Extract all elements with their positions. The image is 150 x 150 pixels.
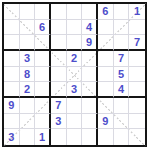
cell-r6c3[interactable] xyxy=(35,82,51,98)
cell-r9c5[interactable] xyxy=(67,129,83,145)
cell-r9c3[interactable]: 1 xyxy=(35,129,51,145)
cell-r1c4[interactable] xyxy=(51,4,67,20)
cell-r7c9[interactable] xyxy=(129,98,145,114)
cell-r8c9[interactable] xyxy=(129,114,145,130)
cell-r1c1[interactable] xyxy=(4,4,20,20)
cell-r3c6[interactable]: 9 xyxy=(82,35,98,51)
cell-r9c6[interactable] xyxy=(82,129,98,145)
cell-r3c2[interactable] xyxy=(20,35,36,51)
cell-r1c8[interactable] xyxy=(114,4,130,20)
cell-r7c8[interactable] xyxy=(114,98,130,114)
cell-r1c7[interactable]: 6 xyxy=(98,4,114,20)
cell-r4c4[interactable] xyxy=(51,51,67,67)
cell-r6c2[interactable]: 2 xyxy=(20,82,36,98)
cell-r5c8[interactable]: 5 xyxy=(114,67,130,83)
cell-r2c2[interactable] xyxy=(20,20,36,36)
cell-r4c9[interactable] xyxy=(129,51,145,67)
cell-r3c9[interactable]: 7 xyxy=(129,35,145,51)
cell-r3c4[interactable] xyxy=(51,35,67,51)
cell-r8c1[interactable] xyxy=(4,114,20,130)
sudoku-grid: 61649732785234973931 xyxy=(4,4,145,145)
cell-r9c9[interactable] xyxy=(129,129,145,145)
cell-r3c5[interactable] xyxy=(67,35,83,51)
cell-r3c1[interactable] xyxy=(4,35,20,51)
cell-r9c1[interactable]: 3 xyxy=(4,129,20,145)
cell-r7c1[interactable]: 9 xyxy=(4,98,20,114)
cell-r5c2[interactable]: 8 xyxy=(20,67,36,83)
sudoku-board: 61649732785234973931 xyxy=(2,2,147,147)
cell-r5c3[interactable] xyxy=(35,67,51,83)
cell-r3c7[interactable] xyxy=(98,35,114,51)
cell-r6c5[interactable]: 3 xyxy=(67,82,83,98)
cell-r5c6[interactable] xyxy=(82,67,98,83)
cell-r4c2[interactable]: 3 xyxy=(20,51,36,67)
cell-r5c9[interactable] xyxy=(129,67,145,83)
cell-r6c4[interactable] xyxy=(51,82,67,98)
cell-r8c3[interactable] xyxy=(35,114,51,130)
cell-r9c4[interactable] xyxy=(51,129,67,145)
cell-r7c4[interactable]: 7 xyxy=(51,98,67,114)
cell-r5c7[interactable] xyxy=(98,67,114,83)
cell-r3c3[interactable] xyxy=(35,35,51,51)
cell-r5c1[interactable] xyxy=(4,67,20,83)
cell-r7c2[interactable] xyxy=(20,98,36,114)
cell-r1c9[interactable]: 1 xyxy=(129,4,145,20)
cell-r8c4[interactable]: 3 xyxy=(51,114,67,130)
cell-r8c6[interactable] xyxy=(82,114,98,130)
cell-r1c2[interactable] xyxy=(20,4,36,20)
cell-r2c1[interactable] xyxy=(4,20,20,36)
cell-r1c6[interactable] xyxy=(82,4,98,20)
cell-r5c4[interactable] xyxy=(51,67,67,83)
cell-r2c4[interactable] xyxy=(51,20,67,36)
cell-r7c7[interactable] xyxy=(98,98,114,114)
cell-r6c9[interactable] xyxy=(129,82,145,98)
cell-r2c9[interactable] xyxy=(129,20,145,36)
cell-r9c2[interactable] xyxy=(20,129,36,145)
cell-r9c8[interactable] xyxy=(114,129,130,145)
cell-r5c5[interactable] xyxy=(67,67,83,83)
cell-r7c3[interactable] xyxy=(35,98,51,114)
cell-r8c7[interactable]: 9 xyxy=(98,114,114,130)
cell-r4c6[interactable] xyxy=(82,51,98,67)
cell-r1c5[interactable] xyxy=(67,4,83,20)
cell-r4c3[interactable] xyxy=(35,51,51,67)
cell-r2c3[interactable]: 6 xyxy=(35,20,51,36)
cell-r2c7[interactable] xyxy=(98,20,114,36)
cell-r4c1[interactable] xyxy=(4,51,20,67)
cell-r3c8[interactable] xyxy=(114,35,130,51)
cell-r1c3[interactable] xyxy=(35,4,51,20)
cell-r2c6[interactable]: 4 xyxy=(82,20,98,36)
cell-r4c7[interactable] xyxy=(98,51,114,67)
cell-r2c8[interactable] xyxy=(114,20,130,36)
cell-r7c5[interactable] xyxy=(67,98,83,114)
cell-r6c6[interactable] xyxy=(82,82,98,98)
cell-r8c5[interactable] xyxy=(67,114,83,130)
cell-r9c7[interactable] xyxy=(98,129,114,145)
cell-r4c8[interactable]: 7 xyxy=(114,51,130,67)
cell-r2c5[interactable] xyxy=(67,20,83,36)
sudoku-page: 61649732785234973931 xyxy=(0,0,150,150)
cell-r6c1[interactable] xyxy=(4,82,20,98)
cell-r6c8[interactable]: 4 xyxy=(114,82,130,98)
cell-r4c5[interactable]: 2 xyxy=(67,51,83,67)
cell-r7c6[interactable] xyxy=(82,98,98,114)
cell-r8c8[interactable] xyxy=(114,114,130,130)
cell-r6c7[interactable] xyxy=(98,82,114,98)
cell-r8c2[interactable] xyxy=(20,114,36,130)
